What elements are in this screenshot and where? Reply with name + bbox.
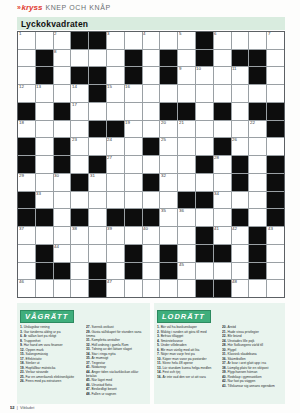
clue-item: 31. Kompletta anstalter bbox=[86, 338, 148, 342]
grid-cell-black bbox=[160, 103, 177, 120]
grid-cell[interactable] bbox=[125, 280, 142, 297]
grid-cell[interactable] bbox=[232, 32, 249, 49]
grid-cell-black bbox=[214, 280, 231, 297]
grid-cell[interactable] bbox=[160, 280, 177, 297]
clue-item: 3. Befrias tillägget bbox=[157, 334, 218, 338]
grid-cell[interactable] bbox=[178, 280, 195, 297]
cell-number: 3 bbox=[107, 32, 109, 36]
cell-number: 36 bbox=[179, 209, 184, 213]
grid-cell-black bbox=[89, 85, 106, 102]
grid-cell[interactable]: 12 bbox=[18, 85, 35, 102]
clue-item: 44. Anger tiden väckarklockan oklar beta… bbox=[86, 370, 148, 378]
clue-item: 33. Tidning av det lättare slaget bbox=[86, 347, 148, 351]
grid-cell[interactable]: 34 bbox=[214, 192, 231, 209]
clue-item: 17. Effektstativ bbox=[20, 357, 82, 361]
clue-item: 39. Flygchansen hörnan bbox=[222, 370, 283, 374]
grid-cell[interactable] bbox=[89, 50, 106, 67]
grid-cell[interactable]: 41 bbox=[214, 227, 231, 244]
cell-number: 20 bbox=[161, 121, 166, 125]
grid-cell[interactable] bbox=[214, 50, 231, 67]
grid-cell[interactable] bbox=[18, 263, 35, 280]
down-clues-col2: 20. Årstid21. Hade vissa privilegier22. … bbox=[222, 325, 283, 388]
clue-item: 29. Gästa sällskapet för stunden vana ti… bbox=[86, 330, 148, 338]
grid-cell-black bbox=[36, 209, 53, 226]
grid-cell[interactable]: 6 bbox=[214, 32, 231, 49]
grid-cell[interactable] bbox=[267, 280, 284, 297]
grid-cell[interactable]: 19 bbox=[125, 121, 142, 138]
grid-cell[interactable]: 44 bbox=[54, 245, 71, 262]
grid-cell[interactable]: 17 bbox=[71, 103, 88, 120]
grid-cell[interactable]: 29 bbox=[18, 174, 35, 191]
puzzle-title: Lyckokvadraten bbox=[17, 17, 285, 29]
across-clues-col1: 1. Utslagsbar rening3. Går tänderna aldr… bbox=[20, 325, 82, 383]
cell-number: 37 bbox=[19, 227, 24, 231]
grid-cell[interactable] bbox=[214, 67, 231, 84]
cell-number: 46 bbox=[19, 280, 24, 284]
clue-item: 43. Tillskansar sig annans egendom bbox=[222, 384, 283, 388]
grid-cell-black bbox=[232, 209, 249, 226]
grid-cell[interactable]: 11 bbox=[232, 67, 249, 84]
grid-cell-black bbox=[249, 227, 266, 244]
grid-cell[interactable] bbox=[143, 245, 160, 262]
grid-cell[interactable] bbox=[107, 174, 124, 191]
grid-cell[interactable] bbox=[196, 103, 213, 120]
clue-item: 42. Når fast på väggen bbox=[222, 379, 283, 383]
grid-cell[interactable] bbox=[36, 138, 53, 155]
grid-cell[interactable] bbox=[36, 227, 53, 244]
cell-number: 39 bbox=[107, 227, 112, 231]
grid-cell[interactable] bbox=[143, 263, 160, 280]
grid-cell[interactable]: 30 bbox=[54, 174, 71, 191]
clue-item: 30. Flygel bbox=[222, 348, 283, 352]
clue-item: 3. Går tänderna aldrig ur på bbox=[20, 330, 82, 334]
grid-cell[interactable] bbox=[267, 50, 284, 67]
grid-cell[interactable] bbox=[107, 192, 124, 209]
grid-cell-black bbox=[89, 121, 106, 138]
grid-cell[interactable] bbox=[36, 174, 53, 191]
grid-cell-black bbox=[89, 156, 106, 173]
cell-number: 34 bbox=[214, 192, 219, 196]
cell-number: 27 bbox=[107, 156, 112, 160]
grid-cell[interactable]: 25 bbox=[160, 138, 177, 155]
grid-cell[interactable] bbox=[143, 156, 160, 173]
grid-cell[interactable]: 27 bbox=[107, 156, 124, 173]
grid-cell[interactable] bbox=[267, 263, 284, 280]
cell-number: 12 bbox=[19, 85, 24, 89]
clue-item: 37. Tingestar bbox=[86, 361, 148, 365]
grid-cell[interactable]: 18 bbox=[18, 121, 35, 138]
grid-cell[interactable] bbox=[107, 245, 124, 262]
grid-cell[interactable]: 28 bbox=[214, 156, 231, 173]
cell-number: 13 bbox=[36, 85, 41, 89]
grid-cell[interactable] bbox=[249, 209, 266, 226]
grid-cell[interactable] bbox=[125, 32, 142, 49]
grid-cell[interactable] bbox=[71, 156, 88, 173]
grid-cell[interactable]: 14 bbox=[71, 85, 88, 102]
grid-cell-black bbox=[214, 245, 231, 262]
grid-cell[interactable]: 39 bbox=[107, 227, 124, 244]
clue-item: 47. Beskedligt besett bbox=[86, 387, 148, 391]
down-header: LODRÄTT bbox=[157, 310, 211, 324]
grid-cell[interactable] bbox=[71, 121, 88, 138]
cell-number: 45 bbox=[179, 263, 184, 267]
clue-item: 6. Blir man vänlig med att lita bbox=[157, 348, 218, 352]
grid-cell[interactable] bbox=[143, 50, 160, 67]
grid-cell-black bbox=[214, 138, 231, 155]
grid-cell[interactable] bbox=[89, 103, 106, 120]
cell-number: 28 bbox=[214, 156, 219, 160]
grid-cell[interactable] bbox=[125, 138, 142, 155]
grid-cell[interactable] bbox=[54, 192, 71, 209]
grid-cell[interactable] bbox=[18, 67, 35, 84]
grid-cell[interactable] bbox=[249, 280, 266, 297]
grid-cell[interactable] bbox=[18, 50, 35, 67]
grid-cell[interactable] bbox=[196, 121, 213, 138]
section-title: KNEP OCH KNÅP bbox=[45, 4, 110, 11]
cell-number: 4 bbox=[143, 32, 145, 36]
grid-cell[interactable]: 42 bbox=[232, 227, 249, 244]
grid-cell[interactable] bbox=[89, 209, 106, 226]
grid-cell[interactable] bbox=[143, 280, 160, 297]
grid-cell[interactable]: 33 bbox=[36, 192, 53, 209]
grid-cell-black bbox=[71, 67, 88, 84]
page-header: »kryssKNEP OCH KNÅP bbox=[17, 3, 111, 12]
grid-cell[interactable]: 23 bbox=[71, 138, 88, 155]
cell-number: 11 bbox=[232, 67, 237, 71]
grid-cell[interactable] bbox=[89, 138, 106, 155]
cell-number: 43 bbox=[268, 227, 273, 231]
grid-cell[interactable] bbox=[249, 32, 266, 49]
grid-cell-black bbox=[249, 245, 266, 262]
cell-number: 48 bbox=[232, 280, 237, 284]
clue-item: 28. Hör Solkungens värld till bbox=[222, 343, 283, 347]
grid-cell-black bbox=[196, 156, 213, 173]
grid-cell-black bbox=[36, 263, 53, 280]
clue-item: 8. Truppenhet bbox=[20, 339, 82, 343]
clue-item: 21. Hade vissa privilegier bbox=[222, 330, 283, 334]
grid-cell[interactable] bbox=[267, 67, 284, 84]
page-footer: 52 | Vibladet bbox=[10, 405, 130, 413]
grid-cell[interactable] bbox=[178, 50, 195, 67]
grid-cell-black bbox=[232, 156, 249, 173]
grid-cell-black bbox=[196, 245, 213, 262]
grid-cell[interactable] bbox=[178, 138, 195, 155]
grid-cell[interactable] bbox=[36, 32, 53, 49]
grid-cell[interactable] bbox=[232, 85, 249, 102]
clue-item: 24. Utrotades lille pojk bbox=[222, 339, 283, 343]
grid-cell[interactable] bbox=[36, 121, 53, 138]
grid-cell[interactable] bbox=[249, 192, 266, 209]
grid-cell[interactable] bbox=[125, 174, 142, 191]
grid-cell-black bbox=[89, 67, 106, 84]
grid-cell[interactable]: 48 bbox=[232, 280, 249, 297]
grid-cell[interactable] bbox=[71, 192, 88, 209]
cell-number: 2 bbox=[54, 32, 56, 36]
grid-cell[interactable] bbox=[54, 67, 71, 84]
grid-cell[interactable]: 9 bbox=[178, 67, 195, 84]
clue-item: 22. Blir bränd bbox=[222, 334, 283, 338]
grid-cell[interactable]: 10 bbox=[196, 67, 213, 84]
magazine-page: { "header": { "marker": "»", "brand": "k… bbox=[0, 0, 300, 413]
grid-cell[interactable] bbox=[107, 67, 124, 84]
grid-cell-black bbox=[89, 263, 106, 280]
grid-cell[interactable] bbox=[267, 138, 284, 155]
cell-number: 35 bbox=[161, 209, 166, 213]
grid-cell-black bbox=[196, 227, 213, 244]
grid-cell[interactable] bbox=[178, 156, 195, 173]
grid-cell[interactable]: 35 bbox=[160, 209, 177, 226]
grid-cell[interactable] bbox=[232, 103, 249, 120]
grid-cell[interactable] bbox=[89, 227, 106, 244]
cell-number: 42 bbox=[232, 227, 237, 231]
cell-number: 10 bbox=[196, 67, 201, 71]
grid-cell-black bbox=[71, 32, 88, 49]
grid-cell[interactable]: 3 bbox=[107, 32, 124, 49]
grid-cell[interactable]: 13 bbox=[36, 85, 53, 102]
grid-cell[interactable] bbox=[71, 245, 88, 262]
cell-number: 8 bbox=[54, 50, 56, 54]
grid-cell[interactable] bbox=[160, 156, 177, 173]
grid-cell[interactable] bbox=[143, 103, 160, 120]
grid-cell[interactable]: 37 bbox=[18, 227, 35, 244]
grid-cell[interactable] bbox=[143, 85, 160, 102]
grid-cell[interactable] bbox=[71, 280, 88, 297]
grid-cell-black bbox=[249, 50, 266, 67]
grid-cell-black bbox=[249, 67, 266, 84]
grid-cell[interactable] bbox=[36, 156, 53, 173]
grid-cell[interactable] bbox=[196, 174, 213, 191]
chevrons-icon: » bbox=[17, 4, 22, 11]
grid-cell-black bbox=[196, 50, 213, 67]
grid-cell[interactable] bbox=[160, 227, 177, 244]
clue-item: 23. Verkar sövande bbox=[20, 370, 82, 374]
grid-cell[interactable] bbox=[196, 263, 213, 280]
clue-item: 9. Har hand om våra finanser bbox=[20, 343, 82, 347]
grid-cell-black bbox=[54, 103, 71, 120]
grid-cell-black bbox=[107, 121, 124, 138]
clue-item: 38. Lämplig plats för en viktpost bbox=[222, 366, 283, 370]
grid-cell[interactable]: 7 bbox=[267, 32, 284, 49]
grid-cell-black bbox=[160, 245, 177, 262]
clue-item: 12. Öppen mark bbox=[20, 348, 82, 352]
clue-item: 5. Under villebråden bbox=[157, 343, 218, 347]
cell-number: 23 bbox=[72, 138, 77, 142]
grid-cell[interactable] bbox=[89, 192, 106, 209]
grid-cell[interactable]: 38 bbox=[71, 227, 88, 244]
grid-cell[interactable] bbox=[178, 245, 195, 262]
cell-number: 18 bbox=[19, 121, 24, 125]
grid-cell[interactable]: 21 bbox=[178, 121, 195, 138]
cell-number: 1 bbox=[19, 32, 21, 36]
grid-cell[interactable] bbox=[249, 138, 266, 155]
across-header: VÅGRÄTT bbox=[20, 310, 74, 324]
grid-cell[interactable] bbox=[178, 227, 195, 244]
grid-cell[interactable] bbox=[267, 245, 284, 262]
grid-cell[interactable] bbox=[89, 245, 106, 262]
grid-cell-black bbox=[54, 156, 71, 173]
page-number: 52 bbox=[10, 405, 14, 410]
grid-cell[interactable] bbox=[54, 85, 71, 102]
grid-cell[interactable] bbox=[107, 103, 124, 120]
cell-number: 17 bbox=[72, 103, 77, 107]
grid-cell[interactable] bbox=[196, 138, 213, 155]
clue-item: 11. Skrev hela 48 operor bbox=[157, 361, 218, 365]
cell-number: 33 bbox=[36, 192, 41, 196]
clue-item: 36. Skämtbollen bbox=[222, 357, 283, 361]
across-clues-col2: 27. Svensk ostkust29. Gästa sällskapet f… bbox=[86, 325, 148, 396]
clue-item: 48. Fallen ur vagnen bbox=[86, 392, 148, 396]
clue-item: 10. Köper man varor på postorder bbox=[157, 357, 218, 361]
grid-cell-black bbox=[267, 192, 284, 209]
grid-cell[interactable] bbox=[107, 50, 124, 67]
grid-cell[interactable] bbox=[143, 192, 160, 209]
clue-item: 7. Nöjer man varje fest på bbox=[157, 352, 218, 356]
grid-cell[interactable] bbox=[71, 263, 88, 280]
grid-cell-black bbox=[196, 32, 213, 49]
grid-cell[interactable]: 22 bbox=[249, 121, 266, 138]
brand-kryss: kryss bbox=[22, 3, 43, 12]
clue-item: 18. Stinker ut bbox=[20, 361, 82, 365]
grid-cell-black bbox=[143, 138, 160, 155]
grid-cell[interactable]: 26 bbox=[232, 138, 249, 155]
grid-cell[interactable] bbox=[36, 103, 53, 120]
grid-cell[interactable] bbox=[232, 245, 249, 262]
grid-cell[interactable] bbox=[232, 121, 249, 138]
grid-cell-black bbox=[54, 263, 71, 280]
grid-cell[interactable]: 8 bbox=[54, 50, 71, 67]
grid-cell[interactable] bbox=[125, 156, 142, 173]
grid-cell-black bbox=[160, 67, 177, 84]
grid-cell[interactable] bbox=[232, 192, 249, 209]
grid-cell[interactable]: 31 bbox=[89, 174, 106, 191]
cell-number: 24 bbox=[107, 138, 112, 142]
puzzle-title-bar: Lyckokvadraten bbox=[17, 17, 285, 30]
grid-cell[interactable] bbox=[214, 121, 231, 138]
grid-cell[interactable] bbox=[249, 85, 266, 102]
clue-item: 14. Fest och tjej bbox=[157, 370, 218, 374]
grid-cell-black bbox=[89, 280, 106, 297]
grid-cell[interactable]: 24 bbox=[107, 138, 124, 155]
grid-cell-black bbox=[107, 209, 124, 226]
grid-cell[interactable] bbox=[125, 227, 142, 244]
grid-cell[interactable] bbox=[249, 174, 266, 191]
grid-cell[interactable]: 20 bbox=[160, 121, 177, 138]
grid-cell[interactable] bbox=[214, 85, 231, 102]
grid-cell[interactable] bbox=[18, 245, 35, 262]
grid-cell[interactable] bbox=[178, 85, 195, 102]
grid-cell[interactable] bbox=[125, 192, 142, 209]
grid-cell-black bbox=[54, 138, 71, 155]
grid-cell[interactable]: 15 bbox=[107, 85, 124, 102]
grid-cell[interactable]: 36 bbox=[178, 209, 195, 226]
grid-cell[interactable] bbox=[54, 209, 71, 226]
grid-cell[interactable]: 32 bbox=[160, 174, 177, 191]
grid-cell[interactable] bbox=[54, 227, 71, 244]
grid-cell[interactable] bbox=[54, 121, 71, 138]
grid-cell[interactable]: 47 bbox=[107, 280, 124, 297]
clue-item: 37. Är kvar i året glatt upp i nå bbox=[222, 361, 283, 365]
grid-cell[interactable]: 1 bbox=[18, 32, 35, 49]
grid-cell-black bbox=[18, 209, 35, 226]
grid-cell[interactable] bbox=[232, 263, 249, 280]
cell-number: 5 bbox=[179, 32, 181, 36]
cell-number: 32 bbox=[161, 174, 166, 178]
grid-cell[interactable] bbox=[71, 50, 88, 67]
cell-number: 7 bbox=[268, 32, 270, 36]
grid-cell[interactable] bbox=[107, 263, 124, 280]
clue-item: 35. Är mumsigt bbox=[86, 356, 148, 360]
grid-cell[interactable] bbox=[143, 121, 160, 138]
grid-cell[interactable]: 40 bbox=[143, 227, 160, 244]
cell-number: 29 bbox=[19, 174, 24, 178]
grid-cell[interactable] bbox=[36, 280, 53, 297]
clue-item: 4. Smörstekvanor bbox=[157, 339, 218, 343]
grid-cell-black bbox=[267, 103, 284, 120]
grid-cell[interactable] bbox=[214, 174, 231, 191]
grid-cell-black bbox=[89, 32, 106, 49]
grid-cell[interactable] bbox=[196, 85, 213, 102]
cell-number: 6 bbox=[214, 32, 216, 36]
grid-cell[interactable] bbox=[143, 67, 160, 84]
grid-cell[interactable]: 5 bbox=[178, 32, 195, 49]
grid-cell-black bbox=[178, 192, 195, 209]
clue-item: 26. Finns med på extraturen bbox=[20, 379, 82, 383]
grid-cell[interactable]: 2 bbox=[54, 32, 71, 49]
grid-cell-black bbox=[267, 209, 284, 226]
grid-cell-black bbox=[143, 209, 160, 226]
down-clues-col1: 1. Bör väl ha baskunskaper2. Mäktig i ra… bbox=[157, 325, 218, 379]
grid-cell[interactable]: 16 bbox=[125, 85, 142, 102]
grid-cell[interactable]: 45 bbox=[178, 263, 195, 280]
grid-cell[interactable] bbox=[214, 209, 231, 226]
clue-item: 41. Nödanrop bbox=[86, 365, 148, 369]
grid-cell[interactable]: 46 bbox=[18, 280, 35, 297]
grid-cell[interactable] bbox=[160, 85, 177, 102]
grid-cell[interactable] bbox=[267, 85, 284, 102]
cell-number: 19 bbox=[125, 121, 130, 125]
grid-cell[interactable] bbox=[214, 263, 231, 280]
grid-cell-black bbox=[249, 263, 266, 280]
cell-number: 31 bbox=[90, 174, 95, 178]
grid-cell-black bbox=[267, 174, 284, 191]
clue-item: 46. Utrustad flotta bbox=[86, 383, 148, 387]
cell-number: 40 bbox=[143, 227, 148, 231]
grid-cell-black bbox=[178, 103, 195, 120]
grid-cell[interactable] bbox=[196, 209, 213, 226]
grid-cell[interactable] bbox=[125, 103, 142, 120]
cell-number: 9 bbox=[179, 67, 181, 71]
grid-cell[interactable] bbox=[160, 32, 177, 49]
grid-cell[interactable]: 43 bbox=[267, 227, 284, 244]
grid-cell[interactable] bbox=[178, 174, 195, 191]
grid-cell-black bbox=[71, 174, 88, 191]
cell-number: 38 bbox=[72, 227, 77, 231]
clue-item: 20. Årstid bbox=[222, 325, 283, 329]
grid-cell[interactable] bbox=[54, 280, 71, 297]
cell-number: 15 bbox=[107, 85, 112, 89]
clue-item: 27. Svensk ostkust bbox=[86, 325, 148, 329]
grid-cell[interactable] bbox=[160, 192, 177, 209]
cell-number: 26 bbox=[232, 138, 237, 142]
grid-cell-black bbox=[196, 192, 213, 209]
clue-item: 40. Redskap i gymnastiken bbox=[222, 375, 283, 379]
grid-cell[interactable] bbox=[249, 156, 266, 173]
grid-cell[interactable]: 4 bbox=[143, 32, 160, 49]
crossword-grid: 1234567891011121314151617181920212223242… bbox=[17, 31, 285, 298]
clue-item: 19. Hopfällbar mätsticka bbox=[20, 366, 82, 370]
grid-cell-black bbox=[18, 156, 35, 173]
cell-number: 30 bbox=[54, 174, 59, 178]
